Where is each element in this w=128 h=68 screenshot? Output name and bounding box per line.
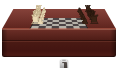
box-lid-top: [2, 9, 116, 29]
latch-lock: [60, 60, 68, 68]
lid-seam: [2, 40, 116, 41]
product-photo: ♜♞♝♚♛♝♞♜♟♟♟♟♟♟♟♟♟♟♟♟♟♟♟♟♜♞♝♚♛♝♞♜: [0, 0, 128, 68]
latch-clasp-icon: [62, 63, 64, 68]
box-front-face: [2, 29, 116, 57]
